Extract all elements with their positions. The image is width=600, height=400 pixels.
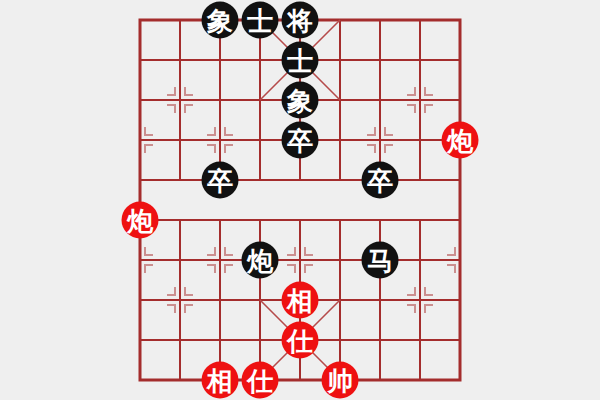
intersection-f2-r9[interactable]	[160, 320, 200, 360]
intersection-f7-r4[interactable]	[360, 120, 400, 160]
intersection-f8-r7[interactable]	[400, 240, 440, 280]
intersection-f3-r10[interactable]: 相	[200, 360, 240, 400]
intersection-f8-r8[interactable]	[400, 280, 440, 320]
intersection-f8-r9[interactable]	[400, 320, 440, 360]
intersection-f9-r10[interactable]	[440, 360, 480, 400]
intersection-f7-r8[interactable]	[360, 280, 400, 320]
intersection-f5-r5[interactable]	[280, 160, 320, 200]
board-grid: 象士将士象卒炮卒卒炮炮马相仕相仕帅	[120, 0, 480, 400]
intersection-f7-r3[interactable]	[360, 80, 400, 120]
intersection-f1-r7[interactable]	[120, 240, 160, 280]
intersection-f5-r4[interactable]: 卒	[280, 120, 320, 160]
intersection-f5-r7[interactable]	[280, 240, 320, 280]
red-advisor[interactable]: 仕	[242, 362, 279, 399]
intersection-f6-r7[interactable]	[320, 240, 360, 280]
intersection-f7-r2[interactable]	[360, 40, 400, 80]
intersection-f7-r1[interactable]	[360, 0, 400, 40]
intersection-f6-r2[interactable]	[320, 40, 360, 80]
intersection-f3-r1[interactable]: 象	[200, 0, 240, 40]
intersection-f8-r10[interactable]	[400, 360, 440, 400]
intersection-f9-r8[interactable]	[440, 280, 480, 320]
intersection-f9-r1[interactable]	[440, 0, 480, 40]
intersection-f1-r9[interactable]	[120, 320, 160, 360]
intersection-f3-r3[interactable]	[200, 80, 240, 120]
red-elephant[interactable]: 相	[282, 282, 319, 319]
intersection-f6-r6[interactable]	[320, 200, 360, 240]
intersection-f4-r9[interactable]	[240, 320, 280, 360]
intersection-f4-r2[interactable]	[240, 40, 280, 80]
intersection-f8-r4[interactable]	[400, 120, 440, 160]
black-advisor[interactable]: 士	[242, 2, 279, 39]
red-advisor[interactable]: 仕	[282, 322, 319, 359]
intersection-f8-r6[interactable]	[400, 200, 440, 240]
black-soldier[interactable]: 卒	[282, 122, 319, 159]
intersection-f5-r6[interactable]	[280, 200, 320, 240]
intersection-f6-r10[interactable]: 帅	[320, 360, 360, 400]
black-general[interactable]: 将	[282, 2, 319, 39]
red-general[interactable]: 帅	[322, 362, 359, 399]
intersection-f5-r1[interactable]: 将	[280, 0, 320, 40]
intersection-f2-r1[interactable]	[160, 0, 200, 40]
intersection-f1-r6[interactable]: 炮	[120, 200, 160, 240]
black-soldier[interactable]: 卒	[362, 162, 399, 199]
intersection-f5-r9[interactable]: 仕	[280, 320, 320, 360]
intersection-f4-r3[interactable]	[240, 80, 280, 120]
intersection-f6-r5[interactable]	[320, 160, 360, 200]
intersection-f1-r4[interactable]	[120, 120, 160, 160]
intersection-f3-r9[interactable]	[200, 320, 240, 360]
intersection-f2-r4[interactable]	[160, 120, 200, 160]
intersection-f6-r3[interactable]	[320, 80, 360, 120]
intersection-f4-r4[interactable]	[240, 120, 280, 160]
intersection-f7-r5[interactable]: 卒	[360, 160, 400, 200]
intersection-f9-r9[interactable]	[440, 320, 480, 360]
intersection-f3-r4[interactable]	[200, 120, 240, 160]
intersection-f6-r8[interactable]	[320, 280, 360, 320]
intersection-f3-r2[interactable]	[200, 40, 240, 80]
intersection-f4-r8[interactable]	[240, 280, 280, 320]
intersection-f9-r4[interactable]: 炮	[440, 120, 480, 160]
intersection-f2-r8[interactable]	[160, 280, 200, 320]
intersection-f5-r10[interactable]	[280, 360, 320, 400]
intersection-f1-r8[interactable]	[120, 280, 160, 320]
intersection-f8-r5[interactable]	[400, 160, 440, 200]
intersection-f1-r2[interactable]	[120, 40, 160, 80]
intersection-f3-r7[interactable]	[200, 240, 240, 280]
intersection-f3-r5[interactable]: 卒	[200, 160, 240, 200]
intersection-f9-r2[interactable]	[440, 40, 480, 80]
black-elephant[interactable]: 象	[202, 2, 239, 39]
intersection-f2-r5[interactable]	[160, 160, 200, 200]
intersection-f2-r2[interactable]	[160, 40, 200, 80]
intersection-f9-r5[interactable]	[440, 160, 480, 200]
intersection-f6-r9[interactable]	[320, 320, 360, 360]
intersection-f2-r10[interactable]	[160, 360, 200, 400]
intersection-f3-r6[interactable]	[200, 200, 240, 240]
intersection-f4-r6[interactable]	[240, 200, 280, 240]
black-cannon[interactable]: 炮	[242, 242, 279, 279]
intersection-f8-r1[interactable]	[400, 0, 440, 40]
intersection-f8-r3[interactable]	[400, 80, 440, 120]
intersection-f5-r2[interactable]: 士	[280, 40, 320, 80]
intersection-f6-r1[interactable]	[320, 0, 360, 40]
intersection-f1-r5[interactable]	[120, 160, 160, 200]
intersection-f3-r8[interactable]	[200, 280, 240, 320]
intersection-f2-r6[interactable]	[160, 200, 200, 240]
intersection-f9-r7[interactable]	[440, 240, 480, 280]
intersection-f4-r5[interactable]	[240, 160, 280, 200]
intersection-f7-r7[interactable]: 马	[360, 240, 400, 280]
intersection-f4-r7[interactable]: 炮	[240, 240, 280, 280]
intersection-f1-r3[interactable]	[120, 80, 160, 120]
intersection-f2-r3[interactable]	[160, 80, 200, 120]
intersection-f7-r9[interactable]	[360, 320, 400, 360]
intersection-f9-r6[interactable]	[440, 200, 480, 240]
intersection-f6-r4[interactable]	[320, 120, 360, 160]
intersection-f9-r3[interactable]	[440, 80, 480, 120]
intersection-f4-r10[interactable]: 仕	[240, 360, 280, 400]
intersection-f1-r10[interactable]	[120, 360, 160, 400]
black-elephant[interactable]: 象	[282, 82, 319, 119]
intersection-f8-r2[interactable]	[400, 40, 440, 80]
red-cannon[interactable]: 炮	[442, 122, 479, 159]
red-cannon[interactable]: 炮	[122, 202, 159, 239]
intersection-f7-r6[interactable]	[360, 200, 400, 240]
black-horse[interactable]: 马	[362, 242, 399, 279]
black-soldier[interactable]: 卒	[202, 162, 239, 199]
intersection-f4-r1[interactable]: 士	[240, 0, 280, 40]
intersection-f5-r8[interactable]: 相	[280, 280, 320, 320]
intersection-f2-r7[interactable]	[160, 240, 200, 280]
intersection-f5-r3[interactable]: 象	[280, 80, 320, 120]
xiangqi-board-stage: 象士将士象卒炮卒卒炮炮马相仕相仕帅	[0, 0, 600, 400]
intersection-f1-r1[interactable]	[120, 0, 160, 40]
intersection-f7-r10[interactable]	[360, 360, 400, 400]
black-advisor[interactable]: 士	[282, 42, 319, 79]
red-elephant[interactable]: 相	[202, 362, 239, 399]
